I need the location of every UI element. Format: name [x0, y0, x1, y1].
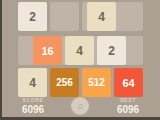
tile-4: 4: [65, 36, 94, 65]
tile-4: 4: [18, 68, 47, 97]
score-value: 6096: [7, 105, 59, 115]
empty-cell-r0c1: [50, 2, 79, 31]
empty-cell-r0c3: [114, 2, 143, 31]
best-value: 6096: [102, 105, 154, 115]
tile-2: 2: [97, 36, 126, 65]
tile-16: 16: [33, 36, 62, 65]
music-note-icon: ♫: [77, 102, 84, 111]
tile-256: 256: [50, 68, 79, 97]
tile-512: 512: [82, 68, 111, 97]
screen-edge-bottom: [0, 117, 160, 120]
score-bar: SCORE 6096 ♫ BEST 6096: [0, 96, 160, 117]
best-block: BEST 6096: [102, 98, 154, 115]
screen-edge-left: [0, 0, 2, 120]
tile-2: 2: [18, 2, 47, 31]
score-block: SCORE 6096: [7, 98, 59, 115]
game-screen: 241642425651264 SCORE 6096 ♫ BEST 6096: [0, 0, 160, 120]
music-button[interactable]: ♫: [71, 97, 89, 115]
tile-64: 64: [114, 68, 143, 97]
tile-4: 4: [87, 2, 116, 31]
board-surface[interactable]: 241642425651264: [0, 0, 160, 98]
best-label: BEST: [102, 98, 154, 103]
score-label: SCORE: [7, 98, 59, 103]
